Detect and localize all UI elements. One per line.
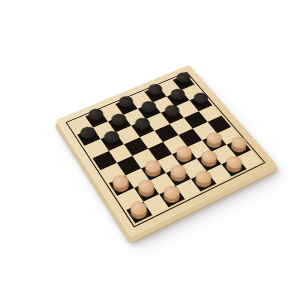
board-scene — [82, 61, 244, 223]
photo-canvas — [0, 0, 300, 300]
playing-area-border-line — [66, 72, 266, 228]
wood-piece — [228, 139, 249, 155]
black-piece — [102, 134, 122, 150]
checkers-board — [55, 65, 277, 238]
board-top-face — [55, 65, 277, 238]
board-grid — [70, 74, 262, 223]
black-piece — [79, 129, 99, 145]
black-piece — [146, 87, 165, 101]
wood-piece — [128, 203, 150, 222]
